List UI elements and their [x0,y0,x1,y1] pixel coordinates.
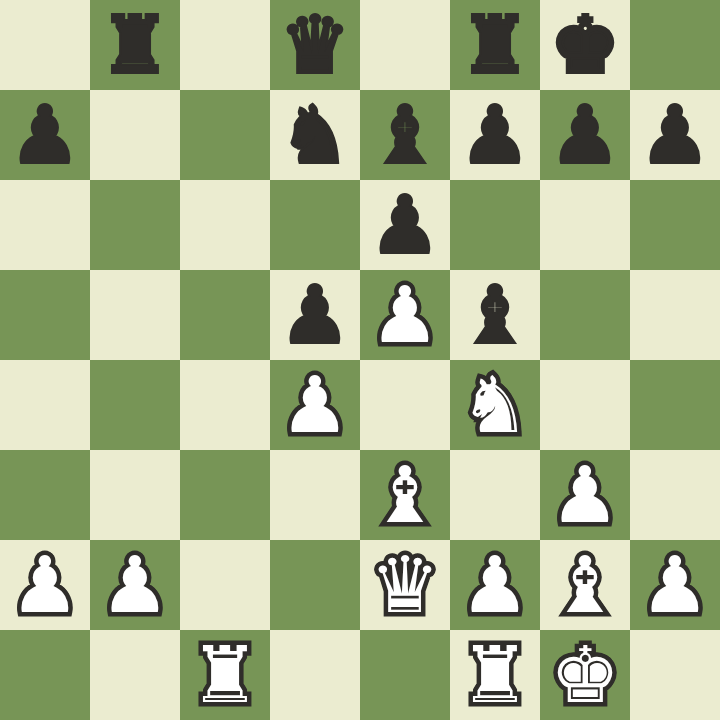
square-c5[interactable] [180,270,270,360]
square-g5[interactable] [540,270,630,360]
piece-black-bishop[interactable]: ♝♝ [450,270,540,360]
square-e6[interactable]: ♟♟ [360,180,450,270]
white-pawn-glyph: ♟ [460,546,530,624]
black-bishop-glyph: ♝ [370,96,440,174]
square-d4[interactable]: ♟♟ [270,360,360,450]
white-pawn-glyph: ♟ [370,276,440,354]
piece-black-pawn[interactable]: ♟♟ [540,90,630,180]
piece-black-pawn[interactable]: ♟♟ [270,270,360,360]
square-d7[interactable]: ♞♞ [270,90,360,180]
square-c8[interactable] [180,0,270,90]
square-b8[interactable]: ♜♜ [90,0,180,90]
square-c3[interactable] [180,450,270,540]
square-g2[interactable]: ♝♝ [540,540,630,630]
square-b4[interactable] [90,360,180,450]
square-c2[interactable] [180,540,270,630]
black-king-glyph: ♚ [550,6,620,84]
white-king-glyph: ♚ [550,636,620,714]
square-c6[interactable] [180,180,270,270]
square-f4[interactable]: ♞♞ [450,360,540,450]
piece-white-pawn[interactable]: ♟♟ [540,450,630,540]
piece-white-queen[interactable]: ♛♛ [360,540,450,630]
square-g1[interactable]: ♚♚ [540,630,630,720]
square-h3[interactable] [630,450,720,540]
piece-white-pawn[interactable]: ♟♟ [270,360,360,450]
square-b5[interactable] [90,270,180,360]
square-e1[interactable] [360,630,450,720]
square-g6[interactable] [540,180,630,270]
square-b1[interactable] [90,630,180,720]
black-pawn-glyph: ♟ [640,96,710,174]
square-f5[interactable]: ♝♝ [450,270,540,360]
piece-black-knight[interactable]: ♞♞ [270,90,360,180]
square-h5[interactable] [630,270,720,360]
square-a5[interactable] [0,270,90,360]
white-queen-glyph: ♛ [370,546,440,624]
white-bishop-glyph: ♝ [550,546,620,624]
black-knight-glyph: ♞ [280,96,350,174]
piece-black-pawn[interactable]: ♟♟ [360,180,450,270]
square-a6[interactable] [0,180,90,270]
square-c1[interactable]: ♜♜ [180,630,270,720]
square-h4[interactable] [630,360,720,450]
piece-black-bishop[interactable]: ♝♝ [360,90,450,180]
square-f7[interactable]: ♟♟ [450,90,540,180]
piece-black-pawn[interactable]: ♟♟ [0,90,90,180]
square-g3[interactable]: ♟♟ [540,450,630,540]
square-d1[interactable] [270,630,360,720]
square-a4[interactable] [0,360,90,450]
black-pawn-glyph: ♟ [10,96,80,174]
square-f3[interactable] [450,450,540,540]
square-e3[interactable]: ♝♝ [360,450,450,540]
piece-white-pawn[interactable]: ♟♟ [0,540,90,630]
square-d8[interactable]: ♛♛ [270,0,360,90]
square-g4[interactable] [540,360,630,450]
square-a7[interactable]: ♟♟ [0,90,90,180]
square-c4[interactable] [180,360,270,450]
black-pawn-glyph: ♟ [550,96,620,174]
black-bishop-glyph: ♝ [460,276,530,354]
square-d5[interactable]: ♟♟ [270,270,360,360]
white-bishop-glyph: ♝ [370,456,440,534]
square-a3[interactable] [0,450,90,540]
white-pawn-glyph: ♟ [10,546,80,624]
black-pawn-glyph: ♟ [370,186,440,264]
white-pawn-glyph: ♟ [100,546,170,624]
white-pawn-glyph: ♟ [550,456,620,534]
piece-white-pawn[interactable]: ♟♟ [360,270,450,360]
chess-board: ♜♜♛♛♜♜♚♚♟♟♞♞♝♝♟♟♟♟♟♟♟♟♟♟♟♟♝♝♟♟♞♞♝♝♟♟♟♟♟♟… [0,0,720,720]
square-h1[interactable] [630,630,720,720]
piece-white-pawn[interactable]: ♟♟ [450,540,540,630]
white-rook-glyph: ♜ [460,636,530,714]
square-e8[interactable] [360,0,450,90]
square-d2[interactable] [270,540,360,630]
square-e2[interactable]: ♛♛ [360,540,450,630]
square-e7[interactable]: ♝♝ [360,90,450,180]
piece-white-bishop[interactable]: ♝♝ [540,540,630,630]
square-f2[interactable]: ♟♟ [450,540,540,630]
piece-black-rook[interactable]: ♜♜ [90,0,180,90]
piece-black-rook[interactable]: ♜♜ [450,0,540,90]
square-h8[interactable] [630,0,720,90]
white-pawn-glyph: ♟ [280,366,350,444]
piece-white-knight[interactable]: ♞♞ [450,360,540,450]
piece-white-king[interactable]: ♚♚ [540,630,630,720]
square-f8[interactable]: ♜♜ [450,0,540,90]
white-knight-glyph: ♞ [460,366,530,444]
black-rook-glyph: ♜ [100,6,170,84]
square-h6[interactable] [630,180,720,270]
square-b3[interactable] [90,450,180,540]
piece-black-king[interactable]: ♚♚ [540,0,630,90]
black-rook-glyph: ♜ [460,6,530,84]
white-rook-glyph: ♜ [190,636,260,714]
piece-white-pawn[interactable]: ♟♟ [630,540,720,630]
square-d3[interactable] [270,450,360,540]
piece-white-rook[interactable]: ♜♜ [180,630,270,720]
square-a8[interactable] [0,0,90,90]
piece-black-pawn[interactable]: ♟♟ [450,90,540,180]
white-pawn-glyph: ♟ [640,546,710,624]
square-g8[interactable]: ♚♚ [540,0,630,90]
square-a2[interactable]: ♟♟ [0,540,90,630]
square-g7[interactable]: ♟♟ [540,90,630,180]
black-queen-glyph: ♛ [280,6,350,84]
square-b2[interactable]: ♟♟ [90,540,180,630]
square-f6[interactable] [450,180,540,270]
square-c7[interactable] [180,90,270,180]
piece-white-pawn[interactable]: ♟♟ [90,540,180,630]
piece-white-bishop[interactable]: ♝♝ [360,450,450,540]
square-e5[interactable]: ♟♟ [360,270,450,360]
board-container: ♜♜♛♛♜♜♚♚♟♟♞♞♝♝♟♟♟♟♟♟♟♟♟♟♟♟♝♝♟♟♞♞♝♝♟♟♟♟♟♟… [0,0,720,720]
piece-black-queen[interactable]: ♛♛ [270,0,360,90]
piece-white-rook[interactable]: ♜♜ [450,630,540,720]
square-b6[interactable] [90,180,180,270]
square-b7[interactable] [90,90,180,180]
black-pawn-glyph: ♟ [460,96,530,174]
black-pawn-glyph: ♟ [280,276,350,354]
square-h7[interactable]: ♟♟ [630,90,720,180]
square-e4[interactable] [360,360,450,450]
square-d6[interactable] [270,180,360,270]
square-a1[interactable] [0,630,90,720]
piece-black-pawn[interactable]: ♟♟ [630,90,720,180]
square-f1[interactable]: ♜♜ [450,630,540,720]
square-h2[interactable]: ♟♟ [630,540,720,630]
